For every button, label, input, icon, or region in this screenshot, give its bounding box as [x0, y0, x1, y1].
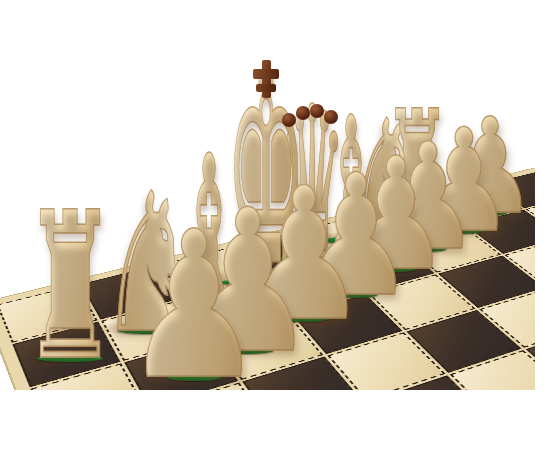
- piece-layer: ♜♞♝♚♛♝♞♜♟♟♟♟♟♟♟♟: [0, 0, 550, 450]
- king-cross-finial: [253, 60, 279, 98]
- chess-set-photo: ♜♞♝♚♛♝♞♜♟♟♟♟♟♟♟♟: [0, 0, 550, 450]
- queen-crown-ball: [296, 106, 310, 120]
- queen-crown-ball: [324, 110, 338, 124]
- queen-crown-ball: [282, 113, 296, 127]
- queen-crown-ball: [310, 104, 324, 118]
- chess-piece-pawn: ♟: [123, 205, 265, 408]
- chess-piece-rook: ♜: [23, 186, 118, 389]
